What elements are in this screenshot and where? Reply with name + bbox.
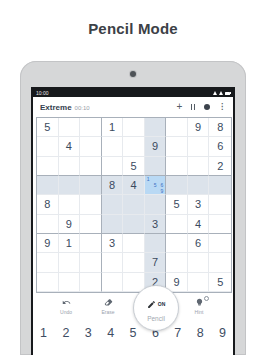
sudoku-cell[interactable]: 5	[123, 157, 145, 176]
sudoku-cell[interactable]	[123, 118, 145, 137]
status-bar: 10:00	[33, 89, 233, 97]
sudoku-cell[interactable]	[59, 118, 81, 137]
sudoku-cell[interactable]	[188, 273, 210, 292]
numpad-1[interactable]: 1	[40, 327, 47, 340]
sudoku-cell[interactable]	[80, 215, 102, 234]
pencil-marks: 1569	[145, 176, 166, 194]
sudoku-cell[interactable]: 4	[188, 215, 210, 234]
sudoku-cell[interactable]	[123, 195, 145, 214]
difficulty-label: Extreme	[40, 103, 72, 112]
status-time: 10:00	[36, 89, 49, 97]
sudoku-cell[interactable]	[80, 234, 102, 253]
eraser-icon	[104, 298, 113, 307]
numpad-2[interactable]: 2	[62, 327, 69, 340]
hint-badge	[204, 296, 209, 301]
screenshot-root: Pencil Mode 10:00 Extreme 00:10 +	[0, 0, 266, 355]
sudoku-cell[interactable]	[209, 176, 231, 195]
sudoku-cell[interactable]	[37, 176, 59, 195]
sudoku-cell[interactable]	[102, 273, 124, 292]
sudoku-cell[interactable]	[166, 253, 188, 272]
sudoku-cell[interactable]	[166, 137, 188, 156]
sudoku-cell[interactable]	[188, 176, 210, 195]
hint-bulb-icon	[195, 298, 204, 307]
sudoku-cell[interactable]: 5	[209, 273, 231, 292]
sudoku-cell[interactable]	[102, 137, 124, 156]
sudoku-cell[interactable]	[37, 137, 59, 156]
sudoku-cell[interactable]	[188, 253, 210, 272]
tablet-screen: 10:00 Extreme 00:10 + ⋮	[31, 87, 235, 355]
sudoku-cell[interactable]: 9	[37, 234, 59, 253]
sudoku-cell[interactable]	[102, 195, 124, 214]
sudoku-cell[interactable]: 1	[102, 118, 124, 137]
game-header: Extreme 00:10 + ⋮	[33, 97, 233, 117]
sudoku-cell[interactable]: 1	[59, 234, 81, 253]
sudoku-cell[interactable]	[80, 176, 102, 195]
timer-label: 00:10	[75, 105, 90, 111]
signal-icon	[219, 91, 223, 95]
sudoku-cell[interactable]: 4	[59, 137, 81, 156]
sudoku-cell[interactable]	[59, 195, 81, 214]
sudoku-cell[interactable]	[166, 215, 188, 234]
sudoku-cell[interactable]: 5	[37, 118, 59, 137]
numpad-7[interactable]: 7	[174, 327, 181, 340]
wifi-icon	[213, 91, 217, 95]
page-title: Pencil Mode	[0, 20, 266, 37]
sudoku-cell[interactable]: 3	[145, 215, 167, 234]
pencil-on-badge: ON	[158, 301, 166, 307]
sudoku-cell[interactable]	[80, 157, 102, 176]
sudoku-cell[interactable]	[209, 253, 231, 272]
sudoku-cell[interactable]	[80, 118, 102, 137]
sudoku-cell[interactable]	[123, 234, 145, 253]
sudoku-cell[interactable]	[188, 157, 210, 176]
sudoku-board: 51984965284156985393491367295	[36, 117, 232, 293]
pencil-label: Pencil	[147, 315, 165, 322]
menu-icon[interactable]: ⋮	[218, 103, 226, 111]
hint-button[interactable]: Hint	[181, 298, 217, 315]
pencil-button-top: ON	[147, 295, 166, 313]
sudoku-cell[interactable]	[166, 176, 188, 195]
sudoku-cell[interactable]	[59, 157, 81, 176]
sudoku-cell[interactable]	[145, 195, 167, 214]
sudoku-cell[interactable]	[123, 253, 145, 272]
undo-icon	[62, 298, 71, 307]
sudoku-cell[interactable]: 1569	[145, 176, 167, 195]
sudoku-cell[interactable]: 6	[188, 234, 210, 253]
sudoku-cell[interactable]: 6	[209, 137, 231, 156]
numpad-5[interactable]: 5	[130, 327, 137, 340]
sudoku-cell[interactable]: 9	[145, 137, 167, 156]
sudoku-cell[interactable]	[80, 253, 102, 272]
pencil-button[interactable]: ON Pencil	[133, 285, 179, 331]
sudoku-cell[interactable]	[59, 273, 81, 292]
erase-label: Erase	[101, 309, 114, 315]
sudoku-cell[interactable]: 8	[209, 118, 231, 137]
erase-button[interactable]: Erase	[90, 298, 126, 315]
sudoku-cell[interactable]	[209, 195, 231, 214]
numpad: 123456789	[33, 327, 233, 340]
pencil-icon	[147, 295, 156, 313]
sudoku-cell[interactable]	[123, 215, 145, 234]
sudoku-cell[interactable]	[209, 234, 231, 253]
sudoku-cell[interactable]: 9	[188, 118, 210, 137]
sudoku-cell[interactable]	[166, 157, 188, 176]
sudoku-cell[interactable]	[145, 118, 167, 137]
sudoku-cell[interactable]: 2	[209, 157, 231, 176]
theme-icon[interactable]	[204, 104, 210, 110]
undo-button[interactable]: Undo	[48, 298, 84, 315]
header-left: Extreme 00:10	[40, 103, 90, 112]
tablet-frame: 10:00 Extreme 00:10 + ⋮	[20, 61, 246, 355]
sudoku-cell[interactable]: 9	[59, 215, 81, 234]
header-actions: + ⋮	[176, 102, 226, 112]
sudoku-cell[interactable]: 3	[188, 195, 210, 214]
sudoku-cell[interactable]	[80, 195, 102, 214]
sudoku-cell[interactable]	[145, 234, 167, 253]
sudoku-cell[interactable]	[59, 176, 81, 195]
sudoku-cell[interactable]	[102, 157, 124, 176]
battery-icon	[225, 92, 230, 95]
sudoku-cell[interactable]	[145, 157, 167, 176]
camera-icon	[130, 71, 136, 77]
numpad-3[interactable]: 3	[85, 327, 92, 340]
numpad-8[interactable]: 8	[197, 327, 204, 340]
status-icons	[213, 91, 230, 95]
sudoku-cell[interactable]: 5	[166, 195, 188, 214]
undo-label: Undo	[60, 309, 72, 315]
sudoku-cell[interactable]	[80, 273, 102, 292]
sudoku-cell[interactable]	[188, 137, 210, 156]
sudoku-cell[interactable]	[209, 215, 231, 234]
sudoku-cell[interactable]: 4	[123, 176, 145, 195]
sudoku-cell[interactable]	[80, 137, 102, 156]
pause-icon[interactable]	[190, 104, 196, 110]
numpad-4[interactable]: 4	[107, 327, 114, 340]
hint-label: Hint	[195, 309, 204, 315]
sudoku-cell[interactable]	[166, 118, 188, 137]
sudoku-cell[interactable]: 7	[145, 253, 167, 272]
plus-icon[interactable]: +	[176, 102, 182, 112]
sudoku-cell[interactable]	[123, 137, 145, 156]
sudoku-cell[interactable]: 8	[37, 195, 59, 214]
sudoku-cell[interactable]: 3	[102, 234, 124, 253]
sudoku-cell[interactable]	[59, 253, 81, 272]
sudoku-cell[interactable]	[37, 273, 59, 292]
sudoku-cell[interactable]	[37, 157, 59, 176]
sudoku-cell[interactable]: 8	[102, 176, 124, 195]
sudoku-cell[interactable]	[37, 253, 59, 272]
sudoku-cell[interactable]	[102, 253, 124, 272]
numpad-9[interactable]: 9	[219, 327, 226, 340]
sudoku-cell[interactable]	[166, 234, 188, 253]
sudoku-cell[interactable]	[37, 215, 59, 234]
sudoku-cell[interactable]	[102, 215, 124, 234]
